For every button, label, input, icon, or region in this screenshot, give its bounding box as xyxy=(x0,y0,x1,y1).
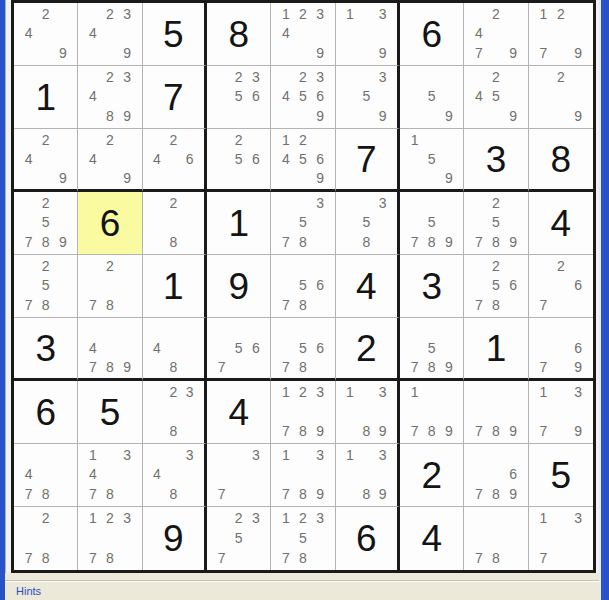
candidate-grid: 359 xyxy=(336,66,397,128)
cell-r5c1[interactable]: 2578 xyxy=(14,255,78,318)
candidate-digit: 7 xyxy=(406,357,423,376)
candidate-digit: 7 xyxy=(535,548,552,568)
solved-digit: 7 xyxy=(163,79,184,116)
cell-r6c1[interactable]: 3 xyxy=(14,318,78,381)
cell-r1c4[interactable]: 8 xyxy=(207,3,271,66)
candidate-digit: 3 xyxy=(570,508,587,528)
cell-r7c4[interactable]: 4 xyxy=(207,381,271,444)
cell-r8c5[interactable]: 13789 xyxy=(271,444,335,507)
candidate-digit: 2 xyxy=(294,508,311,528)
candidate-digit: 9 xyxy=(312,484,329,504)
solved-digit: 5 xyxy=(551,457,572,494)
candidate-digit: 1 xyxy=(406,382,423,402)
cell-r4c5[interactable]: 3578 xyxy=(271,192,335,255)
cell-r2c8[interactable]: 2459 xyxy=(464,66,528,129)
candidate-digit: 5 xyxy=(294,149,311,168)
candidate-digit: 3 xyxy=(312,193,329,213)
cell-r4c3[interactable]: 28 xyxy=(143,192,207,255)
candidate-digit: 5 xyxy=(423,213,440,233)
candidate-digit: 3 xyxy=(247,508,264,528)
candidate-digit: 4 xyxy=(20,24,37,44)
cell-r3c2[interactable]: 249 xyxy=(78,129,142,192)
candidate-digit: 5 xyxy=(230,87,247,107)
cell-r5c7[interactable]: 3 xyxy=(400,255,464,318)
cell-r2c5[interactable]: 234569 xyxy=(271,66,335,129)
candidate-digit: 8 xyxy=(165,484,181,504)
candidate-digit: 3 xyxy=(119,67,136,87)
candidate-digit: 8 xyxy=(423,232,440,252)
candidate-grid: 1389 xyxy=(336,381,397,443)
solved-digit: 3 xyxy=(421,268,442,305)
candidate-digit: 9 xyxy=(312,106,329,126)
candidate-digit: 7 xyxy=(84,357,101,376)
solved-digit: 1 xyxy=(35,79,56,116)
candidate-digit: 7 xyxy=(213,484,230,504)
candidate-digit: 5 xyxy=(487,87,504,107)
candidate-digit: 8 xyxy=(423,421,440,441)
candidate-grid: 5678 xyxy=(271,255,334,317)
candidate-digit: 8 xyxy=(294,421,311,441)
candidate-digit: 4 xyxy=(149,338,165,357)
cell-r3c5[interactable]: 124569 xyxy=(271,129,335,192)
candidate-digit: 8 xyxy=(294,232,311,252)
candidate-digit: 2 xyxy=(487,4,504,24)
candidate-digit: 2 xyxy=(37,508,54,528)
cell-r3c1[interactable]: 249 xyxy=(14,129,78,192)
candidate-digit: 8 xyxy=(101,548,118,568)
candidate-grid: 5789 xyxy=(400,318,463,378)
candidate-digit: 5 xyxy=(358,87,374,107)
candidate-digit: 2 xyxy=(294,382,311,402)
candidate-digit: 6 xyxy=(570,276,587,296)
candidate-digit: 7 xyxy=(277,548,294,568)
solved-digit: 4 xyxy=(421,520,442,557)
candidate-grid: 123578 xyxy=(271,507,334,570)
cell-r9c3[interactable]: 9 xyxy=(143,507,207,570)
candidate-digit: 7 xyxy=(406,232,423,252)
candidate-digit: 1 xyxy=(342,382,358,402)
cell-r2c3[interactable]: 7 xyxy=(143,66,207,129)
candidate-digit: 5 xyxy=(294,276,311,296)
cell-r8c8[interactable]: 6789 xyxy=(464,444,528,507)
cell-r3c6[interactable]: 7 xyxy=(336,129,400,192)
candidate-grid: 59 xyxy=(400,66,463,128)
candidate-digit: 8 xyxy=(358,421,374,441)
candidate-digit: 2 xyxy=(230,508,247,528)
candidate-digit: 3 xyxy=(182,382,198,402)
cell-r5c3[interactable]: 1 xyxy=(143,255,207,318)
cell-r7c1[interactable]: 6 xyxy=(14,381,78,444)
candidate-digit: 7 xyxy=(277,357,294,376)
cell-r6c6[interactable]: 2 xyxy=(336,318,400,381)
candidate-digit: 7 xyxy=(535,421,552,441)
cell-r1c9[interactable]: 1279 xyxy=(529,3,593,66)
candidate-digit: 7 xyxy=(406,421,423,441)
cell-r7c2[interactable]: 5 xyxy=(78,381,142,444)
candidate-digit: 8 xyxy=(487,295,504,315)
cell-r8c9[interactable]: 5 xyxy=(529,444,593,507)
candidate-digit: 9 xyxy=(119,106,136,126)
candidate-digit: 7 xyxy=(535,295,552,315)
candidate-digit: 7 xyxy=(277,295,294,315)
cell-r2c7[interactable]: 59 xyxy=(400,66,464,129)
candidate-grid: 348 xyxy=(143,444,204,506)
candidate-digit: 2 xyxy=(37,4,54,24)
candidate-grid: 278 xyxy=(78,255,141,317)
candidate-digit: 4 xyxy=(84,24,101,44)
solved-digit: 6 xyxy=(35,394,56,431)
solved-digit: 4 xyxy=(356,268,377,305)
candidate-digit: 9 xyxy=(570,421,587,441)
candidate-digit: 8 xyxy=(294,548,311,568)
cell-r8c2[interactable]: 13478 xyxy=(78,444,142,507)
candidate-digit: 2 xyxy=(37,193,54,213)
candidate-digit: 8 xyxy=(358,232,374,252)
candidate-grid: 478 xyxy=(14,444,77,506)
candidate-digit: 8 xyxy=(37,484,54,504)
candidate-digit: 9 xyxy=(119,168,136,187)
candidate-digit: 6 xyxy=(312,276,329,296)
candidate-digit: 5 xyxy=(423,338,440,357)
solved-digit: 9 xyxy=(163,520,184,557)
candidate-digit: 8 xyxy=(37,295,54,315)
cell-r1c8[interactable]: 2479 xyxy=(464,3,528,66)
candidate-digit: 3 xyxy=(312,67,329,87)
cell-r4c6[interactable]: 358 xyxy=(336,192,400,255)
cell-r1c1[interactable]: 249 xyxy=(14,3,78,66)
cell-r7c3[interactable]: 238 xyxy=(143,381,207,444)
cell-r7c8[interactable]: 789 xyxy=(464,381,528,444)
cell-r3c8[interactable]: 3 xyxy=(464,129,528,192)
candidate-digit: 8 xyxy=(101,484,118,504)
solved-digit: 5 xyxy=(100,394,121,431)
solved-digit: 8 xyxy=(551,141,572,178)
candidate-digit: 8 xyxy=(101,295,118,315)
candidate-digit: 5 xyxy=(230,528,247,548)
candidate-digit: 9 xyxy=(505,232,522,252)
candidate-digit: 4 xyxy=(149,149,165,168)
window-border-right xyxy=(599,0,609,600)
cell-r1c5[interactable]: 12349 xyxy=(271,3,335,66)
solved-digit: 1 xyxy=(163,268,184,305)
candidate-digit: 7 xyxy=(470,484,487,504)
candidate-grid: 2459 xyxy=(464,66,527,128)
candidate-digit: 6 xyxy=(312,338,329,357)
candidate-digit: 2 xyxy=(165,382,181,402)
cell-r9c7[interactable]: 4 xyxy=(400,507,464,570)
candidate-digit: 3 xyxy=(570,382,587,402)
candidate-digit: 7 xyxy=(84,295,101,315)
candidate-digit: 4 xyxy=(277,87,294,107)
solved-digit: 9 xyxy=(228,268,249,305)
candidate-digit: 5 xyxy=(358,213,374,233)
cell-r7c9[interactable]: 1379 xyxy=(529,381,593,444)
candidate-digit: 8 xyxy=(487,548,504,568)
candidate-digit: 1 xyxy=(277,508,294,528)
candidate-digit: 1 xyxy=(277,130,294,149)
candidate-grid: 249 xyxy=(14,3,77,65)
candidate-digit: 8 xyxy=(487,484,504,504)
cell-r8c4[interactable]: 37 xyxy=(207,444,271,507)
candidate-digit: 2 xyxy=(294,130,311,149)
solved-digit: 2 xyxy=(356,330,377,367)
candidate-digit: 9 xyxy=(440,232,457,252)
candidate-digit: 5 xyxy=(230,149,247,168)
candidate-digit: 6 xyxy=(570,338,587,357)
candidate-grid: 25789 xyxy=(464,192,527,254)
cell-r5c9[interactable]: 267 xyxy=(529,255,593,318)
candidate-grid: 123789 xyxy=(271,381,334,443)
candidate-digit: 2 xyxy=(294,4,311,24)
candidate-digit: 3 xyxy=(182,445,198,465)
candidate-grid: 78 xyxy=(464,507,527,570)
cell-r7c7[interactable]: 1789 xyxy=(400,381,464,444)
cell-r2c6[interactable]: 359 xyxy=(336,66,400,129)
candidate-digit: 9 xyxy=(54,232,71,252)
candidate-grid: 2349 xyxy=(78,3,141,65)
candidate-digit: 9 xyxy=(505,43,522,63)
candidate-digit: 8 xyxy=(101,357,118,376)
solved-digit: 1 xyxy=(228,205,249,242)
cell-r2c9[interactable]: 29 xyxy=(529,66,593,129)
cell-r4c1[interactable]: 25789 xyxy=(14,192,78,255)
candidate-digit: 7 xyxy=(20,295,37,315)
cell-r6c4[interactable]: 567 xyxy=(207,318,271,381)
candidate-grid: 25789 xyxy=(14,192,77,254)
candidate-digit: 8 xyxy=(294,295,311,315)
candidate-grid: 238 xyxy=(143,381,204,443)
solved-digit: 6 xyxy=(356,520,377,557)
cell-r6c2[interactable]: 4789 xyxy=(78,318,142,381)
candidate-grid: 2578 xyxy=(14,255,77,317)
candidate-digit: 4 xyxy=(84,87,101,107)
solved-digit: 7 xyxy=(356,141,377,178)
candidate-digit: 1 xyxy=(84,445,101,465)
candidate-digit: 7 xyxy=(20,232,37,252)
cell-r1c2[interactable]: 2349 xyxy=(78,3,142,66)
cell-r9c1[interactable]: 278 xyxy=(14,507,78,570)
candidate-digit: 7 xyxy=(277,421,294,441)
cell-r4c9[interactable]: 4 xyxy=(529,192,593,255)
cell-r4c2[interactable]: 6 xyxy=(78,192,142,255)
candidate-digit: 9 xyxy=(312,168,329,187)
candidate-digit: 5 xyxy=(423,149,440,168)
candidate-digit: 8 xyxy=(487,232,504,252)
cell-r7c5[interactable]: 123789 xyxy=(271,381,335,444)
cell-r8c1[interactable]: 478 xyxy=(14,444,78,507)
candidate-digit: 3 xyxy=(375,193,391,213)
candidate-digit: 3 xyxy=(247,67,264,87)
candidate-digit: 2 xyxy=(101,67,118,87)
candidate-digit: 5 xyxy=(294,338,311,357)
cell-r4c7[interactable]: 5789 xyxy=(400,192,464,255)
candidate-digit: 7 xyxy=(535,43,552,63)
candidate-digit: 5 xyxy=(487,213,504,233)
candidate-grid: 23489 xyxy=(78,66,141,128)
candidate-digit: 7 xyxy=(470,421,487,441)
candidate-grid: 2357 xyxy=(207,507,270,570)
candidate-digit: 7 xyxy=(213,548,230,568)
candidate-digit: 4 xyxy=(277,149,294,168)
candidate-grid: 2479 xyxy=(464,3,527,65)
candidate-digit: 9 xyxy=(505,421,522,441)
solved-digit: 6 xyxy=(421,16,442,53)
candidate-digit: 4 xyxy=(84,149,101,168)
cell-r5c2[interactable]: 278 xyxy=(78,255,142,318)
candidate-grid: 13789 xyxy=(271,444,334,506)
candidate-digit: 7 xyxy=(470,43,487,63)
candidate-digit: 5 xyxy=(294,87,311,107)
cell-r2c1[interactable]: 1 xyxy=(14,66,78,129)
candidate-grid: 6789 xyxy=(464,444,527,506)
candidate-digit: 9 xyxy=(570,106,587,126)
candidate-digit: 7 xyxy=(277,232,294,252)
cell-r2c2[interactable]: 23489 xyxy=(78,66,142,129)
cell-r8c6[interactable]: 1389 xyxy=(336,444,400,507)
cell-r5c6[interactable]: 4 xyxy=(336,255,400,318)
candidate-digit: 2 xyxy=(165,130,181,149)
cell-r9c8[interactable]: 78 xyxy=(464,507,528,570)
candidate-grid: 679 xyxy=(529,318,593,378)
candidate-digit: 4 xyxy=(84,338,101,357)
candidate-grid: 28 xyxy=(143,192,204,254)
cell-r1c6[interactable]: 139 xyxy=(336,3,400,66)
candidate-digit: 3 xyxy=(375,4,391,24)
candidate-digit: 9 xyxy=(440,168,457,187)
cell-r6c7[interactable]: 5789 xyxy=(400,318,464,381)
solved-digit: 6 xyxy=(100,205,121,242)
cell-r3c9[interactable]: 8 xyxy=(529,129,593,192)
cell-r9c6[interactable]: 6 xyxy=(336,507,400,570)
candidate-digit: 4 xyxy=(20,465,37,485)
cell-r4c4[interactable]: 1 xyxy=(207,192,271,255)
candidate-digit: 7 xyxy=(20,548,37,568)
candidate-digit: 2 xyxy=(230,130,247,149)
cell-r6c9[interactable]: 679 xyxy=(529,318,593,381)
candidate-digit: 1 xyxy=(535,508,552,528)
cell-r3c3[interactable]: 246 xyxy=(143,129,207,192)
candidate-grid: 234569 xyxy=(271,66,334,128)
candidate-grid: 249 xyxy=(78,129,141,189)
candidate-grid: 1789 xyxy=(400,381,463,443)
candidate-digit: 2 xyxy=(294,67,311,87)
solved-digit: 1 xyxy=(486,330,507,367)
cell-r1c3[interactable]: 5 xyxy=(143,3,207,66)
candidate-digit: 2 xyxy=(37,130,54,149)
candidate-grid: 2356 xyxy=(207,66,270,128)
candidate-digit: 9 xyxy=(570,357,587,376)
solved-digit: 5 xyxy=(163,16,184,53)
candidate-digit: 9 xyxy=(312,43,329,63)
candidate-digit: 6 xyxy=(182,149,198,168)
candidate-digit: 8 xyxy=(294,484,311,504)
candidate-digit: 8 xyxy=(37,232,54,252)
cell-r3c7[interactable]: 159 xyxy=(400,129,464,192)
candidate-digit: 2 xyxy=(101,130,118,149)
candidate-digit: 2 xyxy=(487,193,504,213)
candidate-digit: 9 xyxy=(570,43,587,63)
solved-digit: 3 xyxy=(486,141,507,178)
candidate-digit: 9 xyxy=(440,421,457,441)
cell-r5c8[interactable]: 25678 xyxy=(464,255,528,318)
candidate-grid: 29 xyxy=(529,66,593,128)
candidate-digit: 7 xyxy=(277,484,294,504)
candidate-grid: 37 xyxy=(207,444,270,506)
candidate-digit: 7 xyxy=(535,357,552,376)
candidate-digit: 1 xyxy=(277,4,294,24)
solved-digit: 3 xyxy=(35,330,56,367)
candidate-digit: 9 xyxy=(440,357,457,376)
candidate-grid: 246 xyxy=(143,129,204,189)
cell-r1c7[interactable]: 6 xyxy=(400,3,464,66)
cell-r5c4[interactable]: 9 xyxy=(207,255,271,318)
cell-r9c2[interactable]: 12378 xyxy=(78,507,142,570)
candidate-digit: 8 xyxy=(294,357,311,376)
candidate-digit: 2 xyxy=(101,508,118,528)
cell-r7c6[interactable]: 1389 xyxy=(336,381,400,444)
window-border-left xyxy=(0,0,6,600)
candidate-digit: 3 xyxy=(375,445,391,465)
cell-r8c3[interactable]: 348 xyxy=(143,444,207,507)
candidate-digit: 7 xyxy=(470,548,487,568)
cell-r6c5[interactable]: 5678 xyxy=(271,318,335,381)
candidate-digit: 8 xyxy=(165,232,181,252)
candidate-grid: 1389 xyxy=(336,444,397,506)
candidate-digit: 5 xyxy=(37,276,54,296)
candidate-digit: 8 xyxy=(358,484,374,504)
cell-r2c4[interactable]: 2356 xyxy=(207,66,271,129)
cell-r6c8[interactable]: 1 xyxy=(464,318,528,381)
candidate-digit: 1 xyxy=(342,4,358,24)
cell-r3c4[interactable]: 256 xyxy=(207,129,271,192)
cell-r5c5[interactable]: 5678 xyxy=(271,255,335,318)
cell-r6c3[interactable]: 48 xyxy=(143,318,207,381)
candidate-digit: 8 xyxy=(487,421,504,441)
candidate-digit: 1 xyxy=(277,445,294,465)
candidate-grid: 159 xyxy=(400,129,463,189)
candidate-digit: 8 xyxy=(37,548,54,568)
candidate-digit: 4 xyxy=(149,465,165,485)
solved-digit: 4 xyxy=(551,205,572,242)
candidate-digit: 9 xyxy=(440,106,457,126)
cell-r9c4[interactable]: 2357 xyxy=(207,507,271,570)
cell-r9c5[interactable]: 123578 xyxy=(271,507,335,570)
candidate-digit: 7 xyxy=(470,295,487,315)
candidate-digit: 9 xyxy=(375,484,391,504)
candidate-digit: 6 xyxy=(247,149,264,168)
candidate-digit: 2 xyxy=(552,4,569,24)
candidate-digit: 9 xyxy=(54,168,71,187)
candidate-digit: 3 xyxy=(312,382,329,402)
candidate-grid: 1379 xyxy=(529,381,593,443)
candidate-digit: 6 xyxy=(505,276,522,296)
cell-r8c7[interactable]: 2 xyxy=(400,444,464,507)
candidate-digit: 9 xyxy=(312,421,329,441)
candidate-digit: 9 xyxy=(375,43,391,63)
candidate-digit: 5 xyxy=(294,213,311,233)
candidate-digit: 6 xyxy=(312,87,329,107)
candidate-grid: 567 xyxy=(207,318,270,378)
candidate-digit: 6 xyxy=(505,465,522,485)
cell-r4c8[interactable]: 25789 xyxy=(464,192,528,255)
cell-r9c9[interactable]: 137 xyxy=(529,507,593,570)
candidate-grid: 267 xyxy=(529,255,593,317)
solved-digit: 2 xyxy=(421,457,442,494)
candidate-digit: 6 xyxy=(312,149,329,168)
candidate-digit: 2 xyxy=(230,67,247,87)
candidate-grid: 137 xyxy=(529,507,593,570)
candidate-digit: 2 xyxy=(165,193,181,213)
